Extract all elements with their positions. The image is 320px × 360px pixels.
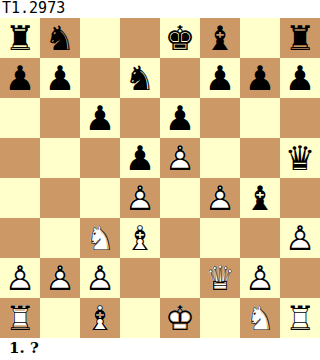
piece-black-rook[interactable]: ♜ <box>0 18 40 58</box>
square-d6[interactable] <box>120 98 160 138</box>
move-prompt: 1. ? <box>0 338 320 360</box>
square-h5[interactable]: ♛ <box>280 138 320 178</box>
square-c7[interactable] <box>80 58 120 98</box>
square-e2[interactable] <box>160 258 200 298</box>
square-g7[interactable]: ♟ <box>240 58 280 98</box>
square-f1[interactable] <box>200 298 240 338</box>
piece-outline: ♕ <box>200 258 240 298</box>
piece-outline: ♙ <box>120 178 160 218</box>
square-b5[interactable] <box>40 138 80 178</box>
square-a8[interactable]: ♜ <box>0 18 40 58</box>
square-c8[interactable] <box>80 18 120 58</box>
square-b4[interactable] <box>40 178 80 218</box>
piece-black-pawn[interactable]: ♟ <box>120 138 160 178</box>
piece-white-pawn[interactable]: ♟♙ <box>40 258 80 298</box>
piece-white-bishop[interactable]: ♝♗ <box>120 218 160 258</box>
piece-outline: ♔ <box>160 298 200 338</box>
piece-outline: ♙ <box>160 138 200 178</box>
piece-black-pawn[interactable]: ♟ <box>280 58 320 98</box>
piece-black-knight[interactable]: ♞ <box>40 18 80 58</box>
square-f8[interactable]: ♝ <box>200 18 240 58</box>
piece-outline: ♙ <box>280 218 320 258</box>
square-c5[interactable] <box>80 138 120 178</box>
square-d7[interactable]: ♞ <box>120 58 160 98</box>
piece-black-king[interactable]: ♚ <box>160 18 200 58</box>
square-f7[interactable]: ♟ <box>200 58 240 98</box>
piece-outline: ♙ <box>200 178 240 218</box>
square-e8[interactable]: ♚ <box>160 18 200 58</box>
square-d4[interactable]: ♟♙ <box>120 178 160 218</box>
piece-black-pawn[interactable]: ♟ <box>240 58 280 98</box>
piece-black-pawn[interactable]: ♟ <box>160 98 200 138</box>
piece-black-pawn[interactable]: ♟ <box>80 98 120 138</box>
square-b2[interactable]: ♟♙ <box>40 258 80 298</box>
piece-white-pawn[interactable]: ♟♙ <box>0 258 40 298</box>
piece-white-king[interactable]: ♚♔ <box>160 298 200 338</box>
piece-black-pawn[interactable]: ♟ <box>40 58 80 98</box>
piece-white-pawn[interactable]: ♟♙ <box>160 138 200 178</box>
piece-outline: ♘ <box>240 298 280 338</box>
square-c6[interactable]: ♟ <box>80 98 120 138</box>
piece-white-pawn[interactable]: ♟♙ <box>120 178 160 218</box>
piece-white-knight[interactable]: ♞♘ <box>80 218 120 258</box>
square-f3[interactable] <box>200 218 240 258</box>
square-g3[interactable] <box>240 218 280 258</box>
square-h2[interactable] <box>280 258 320 298</box>
piece-outline: ♙ <box>80 258 120 298</box>
square-h8[interactable]: ♜ <box>280 18 320 58</box>
piece-outline: ♘ <box>80 218 120 258</box>
square-h1[interactable]: ♜♖ <box>280 298 320 338</box>
square-d3[interactable]: ♝♗ <box>120 218 160 258</box>
square-g5[interactable] <box>240 138 280 178</box>
square-b1[interactable] <box>40 298 80 338</box>
square-a2[interactable]: ♟♙ <box>0 258 40 298</box>
square-g1[interactable]: ♞♘ <box>240 298 280 338</box>
square-d1[interactable] <box>120 298 160 338</box>
square-a5[interactable] <box>0 138 40 178</box>
square-g2[interactable]: ♟♙ <box>240 258 280 298</box>
piece-black-bishop[interactable]: ♝ <box>240 178 280 218</box>
piece-white-pawn[interactable]: ♟♙ <box>80 258 120 298</box>
square-c4[interactable] <box>80 178 120 218</box>
piece-outline: ♙ <box>0 258 40 298</box>
piece-black-rook[interactable]: ♜ <box>280 18 320 58</box>
square-a7[interactable]: ♟ <box>0 58 40 98</box>
square-e1[interactable]: ♚♔ <box>160 298 200 338</box>
piece-outline: ♖ <box>280 298 320 338</box>
square-c2[interactable]: ♟♙ <box>80 258 120 298</box>
square-d5[interactable]: ♟ <box>120 138 160 178</box>
square-a1[interactable]: ♜♖ <box>0 298 40 338</box>
piece-outline: ♖ <box>0 298 40 338</box>
square-e5[interactable]: ♟♙ <box>160 138 200 178</box>
square-f2[interactable]: ♛♕ <box>200 258 240 298</box>
square-c3[interactable]: ♞♘ <box>80 218 120 258</box>
piece-black-pawn[interactable]: ♟ <box>200 58 240 98</box>
piece-black-bishop[interactable]: ♝ <box>200 18 240 58</box>
square-a6[interactable] <box>0 98 40 138</box>
square-a4[interactable] <box>0 178 40 218</box>
square-h7[interactable]: ♟ <box>280 58 320 98</box>
square-b8[interactable]: ♞ <box>40 18 80 58</box>
square-g4[interactable]: ♝ <box>240 178 280 218</box>
piece-outline: ♙ <box>240 258 280 298</box>
square-b6[interactable] <box>40 98 80 138</box>
piece-white-rook[interactable]: ♜♖ <box>0 298 40 338</box>
square-h6[interactable] <box>280 98 320 138</box>
piece-outline: ♗ <box>80 298 120 338</box>
square-e7[interactable] <box>160 58 200 98</box>
square-b7[interactable]: ♟ <box>40 58 80 98</box>
square-a3[interactable] <box>0 218 40 258</box>
piece-white-pawn[interactable]: ♟♙ <box>240 258 280 298</box>
square-f4[interactable]: ♟♙ <box>200 178 240 218</box>
piece-white-pawn[interactable]: ♟♙ <box>200 178 240 218</box>
square-d8[interactable] <box>120 18 160 58</box>
square-g8[interactable] <box>240 18 280 58</box>
square-e4[interactable] <box>160 178 200 218</box>
square-b3[interactable] <box>40 218 80 258</box>
piece-white-pawn[interactable]: ♟♙ <box>280 218 320 258</box>
piece-outline: ♗ <box>120 218 160 258</box>
square-c1[interactable]: ♝♗ <box>80 298 120 338</box>
square-h3[interactable]: ♟♙ <box>280 218 320 258</box>
square-e3[interactable] <box>160 218 200 258</box>
piece-white-queen[interactable]: ♛♕ <box>200 258 240 298</box>
square-d2[interactable] <box>120 258 160 298</box>
piece-white-knight[interactable]: ♞♘ <box>240 298 280 338</box>
square-f5[interactable] <box>200 138 240 178</box>
piece-black-pawn[interactable]: ♟ <box>0 58 40 98</box>
piece-black-knight[interactable]: ♞ <box>120 58 160 98</box>
piece-outline: ♙ <box>40 258 80 298</box>
puzzle-id-label: T1.2973 <box>0 0 320 18</box>
piece-black-queen[interactable]: ♛ <box>280 138 320 178</box>
piece-white-rook[interactable]: ♜♖ <box>280 298 320 338</box>
square-h4[interactable] <box>280 178 320 218</box>
chess-board: ♜♞♚♝♜♟♟♞♟♟♟♟♟♟♟♙♛♟♙♟♙♝♞♘♝♗♟♙♟♙♟♙♟♙♛♕♟♙♜♖… <box>0 18 320 338</box>
square-e6[interactable]: ♟ <box>160 98 200 138</box>
piece-white-bishop[interactable]: ♝♗ <box>80 298 120 338</box>
chess-app-window: T1.2973 ♜♞♚♝♜♟♟♞♟♟♟♟♟♟♟♙♛♟♙♟♙♝♞♘♝♗♟♙♟♙♟♙… <box>0 0 320 360</box>
square-f6[interactable] <box>200 98 240 138</box>
square-g6[interactable] <box>240 98 280 138</box>
